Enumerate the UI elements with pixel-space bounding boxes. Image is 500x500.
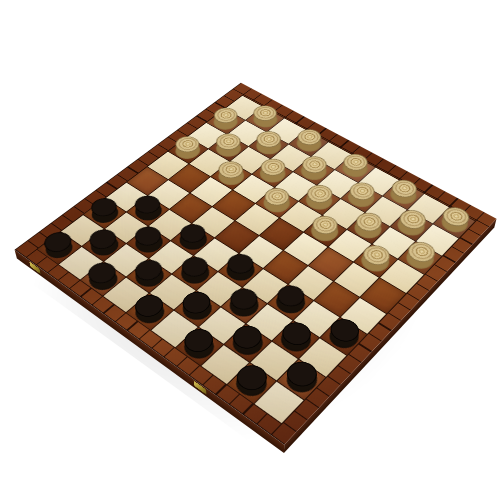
dark-piece[interactable] <box>39 229 76 256</box>
square[interactable] <box>347 213 389 244</box>
light-piece[interactable] <box>387 177 422 201</box>
dark-piece[interactable] <box>85 226 122 253</box>
dark-piece[interactable] <box>130 256 168 284</box>
light-piece[interactable] <box>307 212 343 238</box>
light-piece[interactable] <box>259 184 294 209</box>
square[interactable] <box>172 224 215 255</box>
square[interactable] <box>81 262 126 296</box>
square[interactable] <box>84 199 126 229</box>
dark-piece[interactable] <box>225 285 264 315</box>
light-piece[interactable] <box>403 238 440 266</box>
dark-piece[interactable] <box>179 325 219 357</box>
board-field <box>36 95 476 425</box>
draughts-board <box>15 83 497 445</box>
product-photo <box>0 0 500 500</box>
square[interactable] <box>361 278 406 313</box>
